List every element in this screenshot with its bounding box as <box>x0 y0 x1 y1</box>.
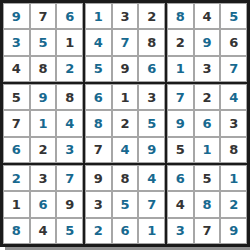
cell-r5c2[interactable]: 1 <box>30 110 57 136</box>
sudoku-box-9: 651482379 <box>166 164 248 245</box>
sudoku-box-7: 237169845 <box>2 164 84 245</box>
cell-r9c5[interactable]: 6 <box>112 218 139 244</box>
cell-r3c4[interactable]: 5 <box>85 56 112 82</box>
cell-r7c1[interactable]: 2 <box>3 165 30 191</box>
cell-r5c4[interactable]: 8 <box>85 110 112 136</box>
cell-r2c2[interactable]: 5 <box>30 29 57 55</box>
cell-r1c9[interactable]: 5 <box>220 3 247 29</box>
cell-r4c4[interactable]: 6 <box>85 84 112 110</box>
cell-r8c5[interactable]: 5 <box>112 191 139 217</box>
cell-r2c4[interactable]: 4 <box>85 29 112 55</box>
cell-r9c4[interactable]: 2 <box>85 218 112 244</box>
sudoku-board: 9763514821324785968452961375987146236138… <box>0 0 250 247</box>
cell-r1c4[interactable]: 1 <box>85 3 112 29</box>
cell-r7c5[interactable]: 8 <box>112 165 139 191</box>
cell-r7c7[interactable]: 6 <box>167 165 194 191</box>
cell-r5c5[interactable]: 2 <box>112 110 139 136</box>
cell-r7c2[interactable]: 3 <box>30 165 57 191</box>
cell-r7c4[interactable]: 9 <box>85 165 112 191</box>
cell-r6c3[interactable]: 3 <box>56 137 83 163</box>
sudoku-box-4: 598714623 <box>2 83 84 164</box>
cell-r6c4[interactable]: 7 <box>85 137 112 163</box>
cell-r3c6[interactable]: 6 <box>138 56 165 82</box>
cell-r8c1[interactable]: 1 <box>3 191 30 217</box>
cell-r4c5[interactable]: 1 <box>112 84 139 110</box>
sudoku-box-8: 984357261 <box>84 164 166 245</box>
cell-r2c6[interactable]: 8 <box>138 29 165 55</box>
cell-r2c5[interactable]: 7 <box>112 29 139 55</box>
cell-r2c3[interactable]: 1 <box>56 29 83 55</box>
cell-r1c1[interactable]: 9 <box>3 3 30 29</box>
cell-r8c3[interactable]: 9 <box>56 191 83 217</box>
cell-r7c6[interactable]: 4 <box>138 165 165 191</box>
cell-r1c5[interactable]: 3 <box>112 3 139 29</box>
cell-r9c8[interactable]: 7 <box>194 218 221 244</box>
cell-r4c1[interactable]: 5 <box>3 84 30 110</box>
cell-r4c7[interactable]: 7 <box>167 84 194 110</box>
cell-r6c5[interactable]: 4 <box>112 137 139 163</box>
sudoku-box-2: 132478596 <box>84 2 166 83</box>
cell-r3c3[interactable]: 2 <box>56 56 83 82</box>
cell-r5c1[interactable]: 7 <box>3 110 30 136</box>
cell-r3c9[interactable]: 7 <box>220 56 247 82</box>
cell-r2c7[interactable]: 2 <box>167 29 194 55</box>
cell-r1c8[interactable]: 4 <box>194 3 221 29</box>
cell-r6c2[interactable]: 2 <box>30 137 57 163</box>
cell-r9c6[interactable]: 1 <box>138 218 165 244</box>
sudoku-box-6: 724963518 <box>166 83 248 164</box>
cell-r5c7[interactable]: 9 <box>167 110 194 136</box>
cell-r9c9[interactable]: 9 <box>220 218 247 244</box>
cell-r9c7[interactable]: 3 <box>167 218 194 244</box>
cell-r5c6[interactable]: 5 <box>138 110 165 136</box>
cell-r3c2[interactable]: 8 <box>30 56 57 82</box>
cell-r1c6[interactable]: 2 <box>138 3 165 29</box>
sudoku-box-3: 845296137 <box>166 2 248 83</box>
cell-r2c9[interactable]: 6 <box>220 29 247 55</box>
cell-r9c2[interactable]: 4 <box>30 218 57 244</box>
cell-r3c8[interactable]: 3 <box>194 56 221 82</box>
cell-r8c9[interactable]: 2 <box>220 191 247 217</box>
cell-r6c8[interactable]: 1 <box>194 137 221 163</box>
cell-r3c1[interactable]: 4 <box>3 56 30 82</box>
cell-r4c3[interactable]: 8 <box>56 84 83 110</box>
sudoku-box-1: 976351482 <box>2 2 84 83</box>
cell-r8c8[interactable]: 8 <box>194 191 221 217</box>
cell-r4c9[interactable]: 4 <box>220 84 247 110</box>
cell-r7c8[interactable]: 5 <box>194 165 221 191</box>
cell-r3c7[interactable]: 1 <box>167 56 194 82</box>
cell-r6c1[interactable]: 6 <box>3 137 30 163</box>
cell-r8c6[interactable]: 7 <box>138 191 165 217</box>
cell-r5c9[interactable]: 3 <box>220 110 247 136</box>
cell-r4c8[interactable]: 2 <box>194 84 221 110</box>
cell-r6c9[interactable]: 8 <box>220 137 247 163</box>
cell-r6c6[interactable]: 9 <box>138 137 165 163</box>
cell-r1c2[interactable]: 7 <box>30 3 57 29</box>
cell-r5c8[interactable]: 6 <box>194 110 221 136</box>
cell-r5c3[interactable]: 4 <box>56 110 83 136</box>
cell-r1c7[interactable]: 8 <box>167 3 194 29</box>
cell-r2c8[interactable]: 9 <box>194 29 221 55</box>
cell-r4c2[interactable]: 9 <box>30 84 57 110</box>
cell-r3c5[interactable]: 9 <box>112 56 139 82</box>
cell-r8c7[interactable]: 4 <box>167 191 194 217</box>
cell-r7c9[interactable]: 1 <box>220 165 247 191</box>
cell-r8c4[interactable]: 3 <box>85 191 112 217</box>
cell-r7c3[interactable]: 7 <box>56 165 83 191</box>
cell-r8c2[interactable]: 6 <box>30 191 57 217</box>
cell-r9c3[interactable]: 5 <box>56 218 83 244</box>
cell-r6c7[interactable]: 5 <box>167 137 194 163</box>
sudoku-box-5: 613825749 <box>84 83 166 164</box>
cell-r2c1[interactable]: 3 <box>3 29 30 55</box>
cell-r1c3[interactable]: 6 <box>56 3 83 29</box>
cell-r9c1[interactable]: 8 <box>3 218 30 244</box>
cell-r4c6[interactable]: 3 <box>138 84 165 110</box>
